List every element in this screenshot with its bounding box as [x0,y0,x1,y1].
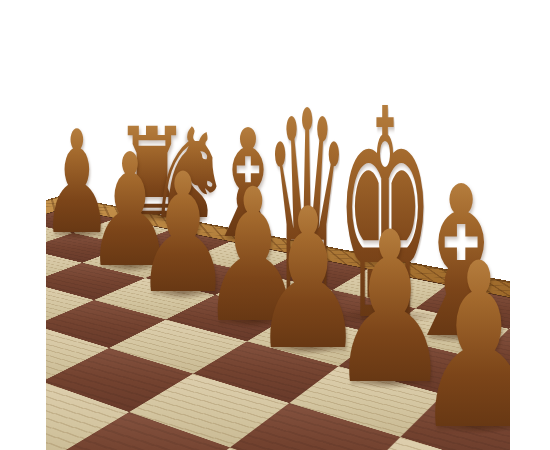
white-margin-left [0,0,46,450]
chess-set-product-photo: ♟♜♞♝♛♚♝♟♟♟♟♟♟ [0,0,550,450]
white-margin-right [510,0,550,450]
pieces-layer: ♟♜♞♝♛♚♝♟♟♟♟♟♟ [0,0,550,450]
